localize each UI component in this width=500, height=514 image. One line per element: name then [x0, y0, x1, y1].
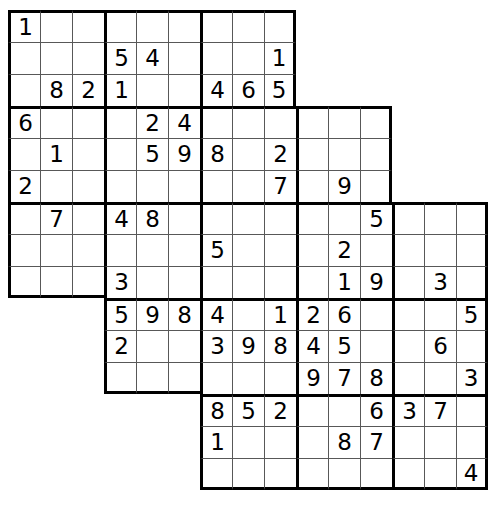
empty-cell-r8c12[interactable]: [360, 234, 392, 266]
empty-cell-r9c15[interactable]: [456, 266, 488, 298]
given-cell-r10c5[interactable]: 9: [136, 298, 168, 330]
empty-cell-r13c10[interactable]: [296, 394, 328, 426]
outside-region: [8, 426, 40, 458]
given-cell-r13c12[interactable]: 6: [360, 394, 392, 426]
empty-cell-r9c5[interactable]: [136, 266, 168, 298]
empty-cell-r9c1[interactable]: [8, 266, 40, 298]
empty-cell-r1c4[interactable]: [104, 10, 136, 42]
given-cell-r12c10[interactable]: 9: [296, 362, 328, 394]
outside-region: [392, 74, 424, 106]
outside-region: [72, 394, 104, 426]
given-cell-r13c8[interactable]: 5: [232, 394, 264, 426]
empty-cell-r6c6[interactable]: [168, 170, 200, 202]
given-cell-r12c11[interactable]: 7: [328, 362, 360, 394]
outside-region: [424, 10, 456, 42]
outside-region: [392, 170, 424, 202]
empty-cell-r4c11[interactable]: [328, 106, 360, 138]
outside-region: [72, 426, 104, 458]
outside-region: [136, 394, 168, 426]
outside-region: [72, 458, 104, 490]
outside-region: [424, 170, 456, 202]
empty-cell-r7c3[interactable]: [72, 202, 104, 234]
outside-region: [296, 74, 328, 106]
empty-cell-r5c3[interactable]: [72, 138, 104, 170]
outside-region: [40, 298, 72, 330]
given-cell-r10c7[interactable]: 4: [200, 298, 232, 330]
empty-cell-r10c12[interactable]: [360, 298, 392, 330]
outside-region: [8, 330, 40, 362]
empty-cell-r12c6[interactable]: [168, 362, 200, 394]
empty-cell-r7c6[interactable]: [168, 202, 200, 234]
outside-region: [360, 42, 392, 74]
empty-cell-r12c14[interactable]: [424, 362, 456, 394]
given-cell-r11c9[interactable]: 8: [264, 330, 296, 362]
given-cell-r13c14[interactable]: 7: [424, 394, 456, 426]
empty-cell-r1c9[interactable]: [264, 10, 296, 42]
given-cell-r6c11[interactable]: 9: [328, 170, 360, 202]
outside-region: [360, 10, 392, 42]
given-cell-r11c11[interactable]: 5: [328, 330, 360, 362]
given-cell-r3c2[interactable]: 8: [40, 74, 72, 106]
empty-cell-r15c7[interactable]: [200, 458, 232, 490]
empty-cell-r2c8[interactable]: [232, 42, 264, 74]
outside-region: [136, 426, 168, 458]
given-cell-r5c9[interactable]: 2: [264, 138, 296, 170]
empty-cell-r10c13[interactable]: [392, 298, 424, 330]
outside-region: [456, 106, 488, 138]
outside-region: [392, 42, 424, 74]
empty-cell-r5c10[interactable]: [296, 138, 328, 170]
empty-cell-r11c6[interactable]: [168, 330, 200, 362]
given-cell-r7c4[interactable]: 4: [104, 202, 136, 234]
given-cell-r9c12[interactable]: 9: [360, 266, 392, 298]
given-cell-r4c1[interactable]: 6: [8, 106, 40, 138]
outside-region: [8, 298, 40, 330]
given-cell-r3c3[interactable]: 2: [72, 74, 104, 106]
outside-region: [104, 426, 136, 458]
empty-cell-r7c14[interactable]: [424, 202, 456, 234]
empty-cell-r14c10[interactable]: [296, 426, 328, 458]
given-cell-r4c5[interactable]: 2: [136, 106, 168, 138]
empty-cell-r8c6[interactable]: [168, 234, 200, 266]
empty-cell-r2c3[interactable]: [72, 42, 104, 74]
empty-cell-r1c7[interactable]: [200, 10, 232, 42]
empty-cell-r4c7[interactable]: [200, 106, 232, 138]
given-cell-r2c9[interactable]: 1: [264, 42, 296, 74]
outside-region: [456, 10, 488, 42]
given-cell-r13c7[interactable]: 8: [200, 394, 232, 426]
empty-cell-r5c12[interactable]: [360, 138, 392, 170]
empty-cell-r4c8[interactable]: [232, 106, 264, 138]
outside-region: [360, 74, 392, 106]
given-cell-r5c2[interactable]: 1: [40, 138, 72, 170]
empty-cell-r8c9[interactable]: [264, 234, 296, 266]
empty-cell-r2c6[interactable]: [168, 42, 200, 74]
empty-cell-r14c9[interactable]: [264, 426, 296, 458]
empty-cell-r8c5[interactable]: [136, 234, 168, 266]
empty-cell-r1c6[interactable]: [168, 10, 200, 42]
empty-cell-r9c7[interactable]: [200, 266, 232, 298]
empty-cell-r8c1[interactable]: [8, 234, 40, 266]
given-cell-r2c5[interactable]: 4: [136, 42, 168, 74]
given-cell-r5c7[interactable]: 8: [200, 138, 232, 170]
empty-cell-r12c13[interactable]: [392, 362, 424, 394]
empty-cell-r6c3[interactable]: [72, 170, 104, 202]
outside-region: [424, 138, 456, 170]
given-cell-r5c5[interactable]: 5: [136, 138, 168, 170]
given-cell-r14c7[interactable]: 1: [200, 426, 232, 458]
empty-cell-r9c2[interactable]: [40, 266, 72, 298]
empty-cell-r7c11[interactable]: [328, 202, 360, 234]
outside-region: [40, 458, 72, 490]
empty-cell-r4c3[interactable]: [72, 106, 104, 138]
empty-cell-r6c10[interactable]: [296, 170, 328, 202]
empty-cell-r6c4[interactable]: [104, 170, 136, 202]
empty-cell-r15c12[interactable]: [360, 458, 392, 490]
given-cell-r11c7[interactable]: 3: [200, 330, 232, 362]
empty-cell-r8c10[interactable]: [296, 234, 328, 266]
empty-cell-r9c6[interactable]: [168, 266, 200, 298]
outside-region: [40, 362, 72, 394]
empty-cell-r2c2[interactable]: [40, 42, 72, 74]
empty-cell-r11c12[interactable]: [360, 330, 392, 362]
empty-cell-r4c9[interactable]: [264, 106, 296, 138]
empty-cell-r1c3[interactable]: [72, 10, 104, 42]
given-cell-r12c15[interactable]: 3: [456, 362, 488, 394]
empty-cell-r9c8[interactable]: [232, 266, 264, 298]
empty-cell-r8c8[interactable]: [232, 234, 264, 266]
given-cell-r10c6[interactable]: 8: [168, 298, 200, 330]
outside-region: [296, 10, 328, 42]
outside-region: [456, 74, 488, 106]
empty-cell-r14c8[interactable]: [232, 426, 264, 458]
given-cell-r11c8[interactable]: 9: [232, 330, 264, 362]
given-cell-r7c5[interactable]: 8: [136, 202, 168, 234]
given-cell-r1c1[interactable]: 1: [8, 10, 40, 42]
empty-cell-r11c5[interactable]: [136, 330, 168, 362]
given-cell-r8c11[interactable]: 2: [328, 234, 360, 266]
empty-cell-r8c15[interactable]: [456, 234, 488, 266]
given-cell-r10c11[interactable]: 6: [328, 298, 360, 330]
empty-cell-r5c4[interactable]: [104, 138, 136, 170]
outside-region: [296, 42, 328, 74]
empty-cell-r10c14[interactable]: [424, 298, 456, 330]
empty-cell-r14c15[interactable]: [456, 426, 488, 458]
given-cell-r8c7[interactable]: 5: [200, 234, 232, 266]
empty-cell-r7c10[interactable]: [296, 202, 328, 234]
given-cell-r6c9[interactable]: 7: [264, 170, 296, 202]
outside-region: [8, 362, 40, 394]
empty-cell-r12c7[interactable]: [200, 362, 232, 394]
given-cell-r10c15[interactable]: 5: [456, 298, 488, 330]
given-cell-r9c4[interactable]: 3: [104, 266, 136, 298]
given-cell-r3c8[interactable]: 6: [232, 74, 264, 106]
outside-region: [456, 42, 488, 74]
sudoku-board: 1541821465624159822797485523193598412652…: [8, 10, 488, 490]
empty-cell-r9c9[interactable]: [264, 266, 296, 298]
outside-region: [72, 362, 104, 394]
given-cell-r14c12[interactable]: 7: [360, 426, 392, 458]
empty-cell-r9c13[interactable]: [392, 266, 424, 298]
outside-region: [456, 138, 488, 170]
outside-region: [104, 458, 136, 490]
outside-region: [72, 298, 104, 330]
given-cell-r10c10[interactable]: 2: [296, 298, 328, 330]
given-cell-r13c13[interactable]: 3: [392, 394, 424, 426]
empty-cell-r7c13[interactable]: [392, 202, 424, 234]
empty-cell-r12c4[interactable]: [104, 362, 136, 394]
empty-cell-r15c11[interactable]: [328, 458, 360, 490]
outside-region: [8, 394, 40, 426]
empty-cell-r14c14[interactable]: [424, 426, 456, 458]
empty-cell-r7c15[interactable]: [456, 202, 488, 234]
empty-cell-r1c5[interactable]: [136, 10, 168, 42]
given-cell-r3c7[interactable]: 4: [200, 74, 232, 106]
given-cell-r11c14[interactable]: 6: [424, 330, 456, 362]
given-cell-r9c11[interactable]: 1: [328, 266, 360, 298]
outside-region: [72, 330, 104, 362]
empty-cell-r3c1[interactable]: [8, 74, 40, 106]
outside-region: [424, 106, 456, 138]
empty-cell-r6c5[interactable]: [136, 170, 168, 202]
given-cell-r10c9[interactable]: 1: [264, 298, 296, 330]
empty-cell-r13c15[interactable]: [456, 394, 488, 426]
empty-cell-r15c10[interactable]: [296, 458, 328, 490]
empty-cell-r15c13[interactable]: [392, 458, 424, 490]
empty-cell-r3c6[interactable]: [168, 74, 200, 106]
given-cell-r4c6[interactable]: 4: [168, 106, 200, 138]
empty-cell-r2c1[interactable]: [8, 42, 40, 74]
empty-cell-r6c2[interactable]: [40, 170, 72, 202]
given-cell-r12c12[interactable]: 8: [360, 362, 392, 394]
outside-region: [8, 458, 40, 490]
outside-region: [168, 426, 200, 458]
empty-cell-r4c10[interactable]: [296, 106, 328, 138]
outside-region: [168, 458, 200, 490]
given-cell-r3c4[interactable]: 1: [104, 74, 136, 106]
empty-cell-r7c7[interactable]: [200, 202, 232, 234]
empty-cell-r11c15[interactable]: [456, 330, 488, 362]
given-cell-r13c9[interactable]: 2: [264, 394, 296, 426]
given-cell-r5c6[interactable]: 9: [168, 138, 200, 170]
empty-cell-r1c2[interactable]: [40, 10, 72, 42]
empty-cell-r7c1[interactable]: [8, 202, 40, 234]
given-cell-r11c4[interactable]: 2: [104, 330, 136, 362]
empty-cell-r13c11[interactable]: [328, 394, 360, 426]
given-cell-r7c12[interactable]: 5: [360, 202, 392, 234]
outside-region: [328, 42, 360, 74]
empty-cell-r15c8[interactable]: [232, 458, 264, 490]
given-cell-r2c4[interactable]: 5: [104, 42, 136, 74]
empty-cell-r10c8[interactable]: [232, 298, 264, 330]
outside-region: [328, 74, 360, 106]
empty-cell-r4c4[interactable]: [104, 106, 136, 138]
empty-cell-r4c12[interactable]: [360, 106, 392, 138]
empty-cell-r8c3[interactable]: [72, 234, 104, 266]
given-cell-r10c4[interactable]: 5: [104, 298, 136, 330]
outside-region: [456, 170, 488, 202]
outside-region: [392, 106, 424, 138]
empty-cell-r4c2[interactable]: [40, 106, 72, 138]
empty-cell-r6c12[interactable]: [360, 170, 392, 202]
empty-cell-r5c1[interactable]: [8, 138, 40, 170]
empty-cell-r5c11[interactable]: [328, 138, 360, 170]
given-cell-r6c1[interactable]: 2: [8, 170, 40, 202]
outside-region: [328, 10, 360, 42]
empty-cell-r15c9[interactable]: [264, 458, 296, 490]
outside-region: [104, 394, 136, 426]
empty-cell-r2c7[interactable]: [200, 42, 232, 74]
given-cell-r7c2[interactable]: 7: [40, 202, 72, 234]
empty-cell-r1c8[interactable]: [232, 10, 264, 42]
empty-cell-r8c4[interactable]: [104, 234, 136, 266]
empty-cell-r6c8[interactable]: [232, 170, 264, 202]
empty-cell-r12c5[interactable]: [136, 362, 168, 394]
empty-cell-r6c7[interactable]: [200, 170, 232, 202]
empty-cell-r12c8[interactable]: [232, 362, 264, 394]
outside-region: [392, 10, 424, 42]
outside-region: [40, 330, 72, 362]
outside-region: [40, 426, 72, 458]
given-cell-r11c10[interactable]: 4: [296, 330, 328, 362]
empty-cell-r15c14[interactable]: [424, 458, 456, 490]
empty-cell-r7c9[interactable]: [264, 202, 296, 234]
empty-cell-r12c9[interactable]: [264, 362, 296, 394]
empty-cell-r9c10[interactable]: [296, 266, 328, 298]
outside-region: [424, 42, 456, 74]
empty-cell-r11c13[interactable]: [392, 330, 424, 362]
given-cell-r9c14[interactable]: 3: [424, 266, 456, 298]
empty-cell-r5c8[interactable]: [232, 138, 264, 170]
outside-region: [40, 394, 72, 426]
outside-region: [168, 394, 200, 426]
given-cell-r3c9[interactable]: 5: [264, 74, 296, 106]
outside-region: [392, 138, 424, 170]
empty-cell-r3c5[interactable]: [136, 74, 168, 106]
empty-cell-r8c14[interactable]: [424, 234, 456, 266]
given-cell-r14c11[interactable]: 8: [328, 426, 360, 458]
empty-cell-r8c2[interactable]: [40, 234, 72, 266]
outside-region: [424, 74, 456, 106]
empty-cell-r7c8[interactable]: [232, 202, 264, 234]
empty-cell-r9c3[interactable]: [72, 266, 104, 298]
outside-region: [136, 458, 168, 490]
given-cell-r15c15[interactable]: 4: [456, 458, 488, 490]
empty-cell-r8c13[interactable]: [392, 234, 424, 266]
empty-cell-r14c13[interactable]: [392, 426, 424, 458]
